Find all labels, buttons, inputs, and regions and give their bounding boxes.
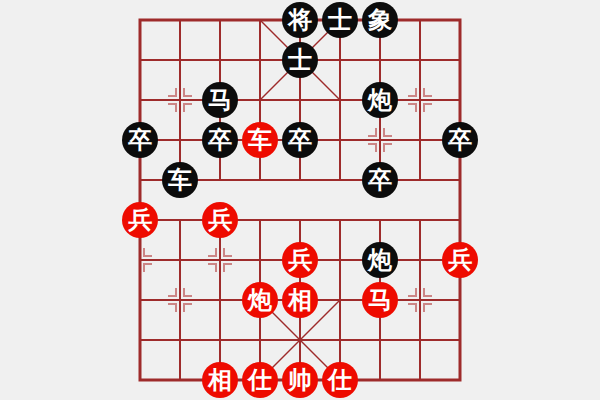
piece-red-soldier[interactable]: 兵 — [122, 202, 158, 238]
piece-black-horse[interactable]: 马 — [202, 82, 238, 118]
xiangqi-board[interactable]: 将士象士马炮卒卒车卒卒车卒兵兵兵炮兵炮相马相仕帅仕 — [120, 0, 480, 400]
piece-red-soldier[interactable]: 兵 — [442, 242, 478, 278]
piece-black-cannon[interactable]: 炮 — [362, 242, 398, 278]
piece-black-soldier[interactable]: 卒 — [122, 122, 158, 158]
piece-red-cannon[interactable]: 炮 — [242, 282, 278, 318]
piece-red-elephant[interactable]: 相 — [202, 362, 238, 398]
piece-red-soldier[interactable]: 兵 — [202, 202, 238, 238]
piece-black-soldier[interactable]: 卒 — [282, 122, 318, 158]
xiangqi-screenshot: 将士象士马炮卒卒车卒卒车卒兵兵兵炮兵炮相马相仕帅仕 — [0, 0, 600, 400]
piece-red-advisor[interactable]: 仕 — [242, 362, 278, 398]
piece-red-advisor[interactable]: 仕 — [322, 362, 358, 398]
piece-red-horse[interactable]: 马 — [362, 282, 398, 318]
piece-red-chariot[interactable]: 车 — [242, 122, 278, 158]
piece-black-general[interactable]: 将 — [282, 2, 318, 38]
piece-black-soldier[interactable]: 卒 — [362, 162, 398, 198]
piece-red-general[interactable]: 帅 — [282, 362, 318, 398]
piece-black-cannon[interactable]: 炮 — [362, 82, 398, 118]
piece-red-elephant[interactable]: 相 — [282, 282, 318, 318]
piece-black-elephant[interactable]: 象 — [362, 2, 398, 38]
piece-black-soldier[interactable]: 卒 — [202, 122, 238, 158]
piece-red-soldier[interactable]: 兵 — [282, 242, 318, 278]
piece-black-advisor[interactable]: 士 — [282, 42, 318, 78]
piece-black-chariot[interactable]: 车 — [162, 162, 198, 198]
piece-black-soldier[interactable]: 卒 — [442, 122, 478, 158]
piece-black-advisor[interactable]: 士 — [322, 2, 358, 38]
